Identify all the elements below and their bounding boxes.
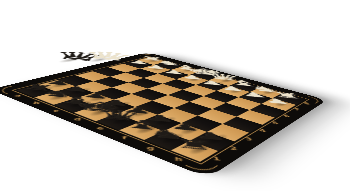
rank-label-3: 3	[241, 136, 257, 142]
chess-board-mat: abcdefgh12345678 ♜♞♝♚♛♝♞♜♟♟♟♟♟♟♟♟♟♟♟♟♟♟♟…	[0, 52, 327, 178]
rank-label-8: 8	[300, 102, 314, 106]
rank-label-6: 6	[279, 114, 294, 119]
file-label-c: c	[49, 108, 63, 113]
rank-label-2: 2	[226, 145, 242, 152]
file-label-a: a	[11, 94, 25, 99]
chess-set-product-photo: abcdefgh12345678 ♜♞♝♚♛♝♞♜♟♟♟♟♟♟♟♟♟♟♟♟♟♟♟…	[0, 0, 350, 191]
file-label-h: h	[171, 156, 187, 163]
file-label-f: f	[117, 135, 131, 141]
rank-label-4: 4	[255, 128, 270, 134]
file-label-g: g	[143, 145, 158, 152]
extra-black-queen: ♛	[47, 49, 91, 62]
rank-label-1: 1	[208, 155, 225, 162]
rank-label-5: 5	[268, 121, 283, 126]
file-label-b: b	[29, 101, 43, 106]
file-label-e: e	[93, 125, 107, 131]
rank-label-7: 7	[290, 107, 304, 112]
file-label-d: d	[70, 117, 84, 122]
